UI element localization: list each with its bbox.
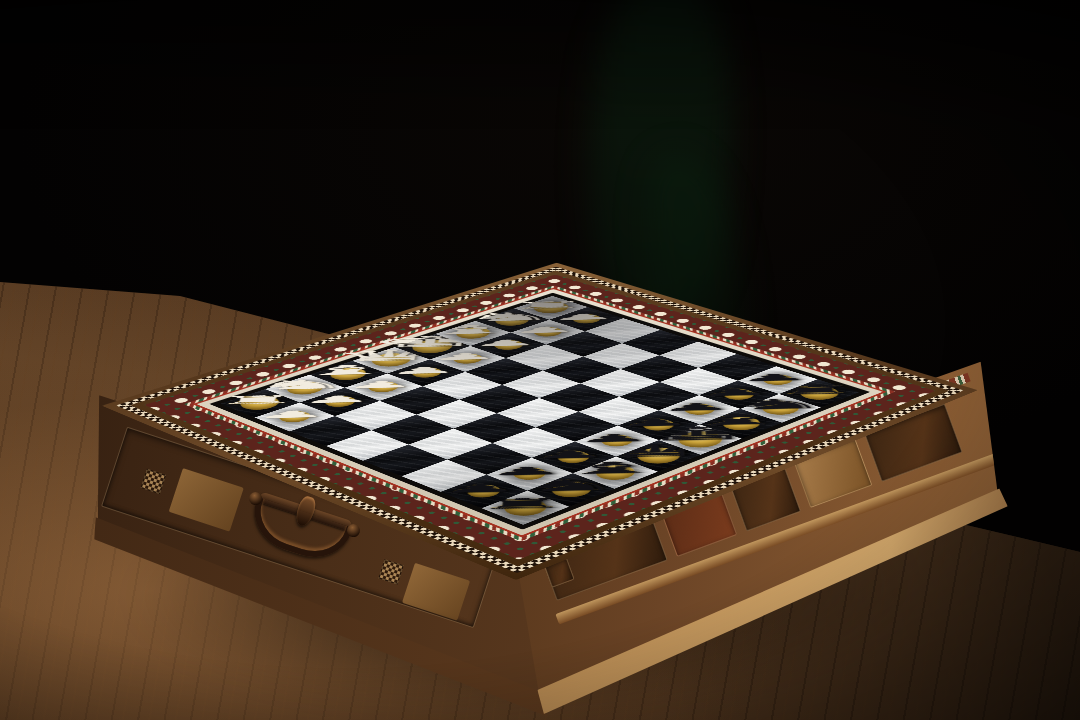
- white-pawn-glyph: ♟: [343, 380, 417, 389]
- white-pawn-glyph: ♟: [429, 352, 501, 360]
- square-c6[interactable]: [492, 427, 575, 458]
- board-perspective: ♜♞♝♛♚♝♞♜♟♟♟♟♟♟♟♟♟♟♟♟♟♟♟♟♜♞♝♛♚♝♞♜: [0, 0, 1080, 720]
- white-bishop-glyph: ♝: [292, 364, 399, 376]
- white-rook-glyph: ♜: [507, 301, 588, 310]
- white-knight-glyph: ♞: [461, 311, 558, 322]
- white-pawn-glyph: ♟: [299, 395, 374, 404]
- square-c7[interactable]: ♟: [532, 441, 616, 473]
- white-pawn-glyph: ♟: [387, 366, 460, 374]
- white-pawn-glyph: ♟: [470, 339, 541, 347]
- gold-base-ring: [588, 462, 643, 483]
- gold-base-ring: [543, 479, 598, 500]
- white-pawn-glyph: ♟: [510, 326, 579, 334]
- black-pawn-glyph: ♟: [737, 373, 810, 382]
- square-b6[interactable]: [447, 443, 531, 475]
- chess-box: ♜♞♝♛♚♝♞♜♟♟♟♟♟♟♟♟♟♟♟♟♟♟♟♟♜♞♝♛♚♝♞♜: [0, 0, 1080, 720]
- white-pawn-glyph: ♟: [549, 313, 617, 321]
- white-knight-glyph: ♞: [250, 378, 356, 390]
- black-pawn-glyph: ♟: [698, 388, 772, 397]
- black-pawn-glyph: ♟: [531, 450, 609, 460]
- square-b7[interactable]: ♟: [487, 458, 573, 491]
- scene: ♜♞♝♛♚♝♞♜♟♟♟♟♟♟♟♟♟♟♟♟♟♟♟♟♜♞♝♛♚♝♞♜: [0, 0, 1080, 720]
- gold-base-ring: [551, 449, 596, 466]
- chess-board: ♜♞♝♛♚♝♞♜♟♟♟♟♟♟♟♟♟♟♟♟♟♟♟♟♜♞♝♛♚♝♞♜: [102, 263, 978, 580]
- black-pawn-glyph: ♟: [486, 466, 566, 476]
- gold-base-ring: [507, 465, 552, 482]
